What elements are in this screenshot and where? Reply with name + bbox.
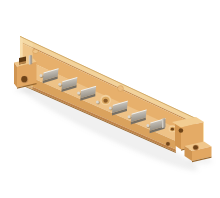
flange-mounting-hole xyxy=(21,76,28,84)
product-photo xyxy=(0,0,220,198)
block-right-edge xyxy=(203,122,204,144)
flange-side-face xyxy=(14,63,17,88)
block-hole xyxy=(179,128,184,133)
block-side-face xyxy=(175,124,181,150)
foot-mounting-hole xyxy=(193,145,199,151)
countersunk-hole-middle xyxy=(100,95,111,105)
component-illustration xyxy=(0,0,220,198)
bond-pin-left xyxy=(29,55,32,65)
shallow-recess xyxy=(33,50,39,54)
shallow-recess xyxy=(118,86,124,92)
bond-pin-right xyxy=(162,118,166,128)
small-hole-lower-right xyxy=(166,142,171,147)
